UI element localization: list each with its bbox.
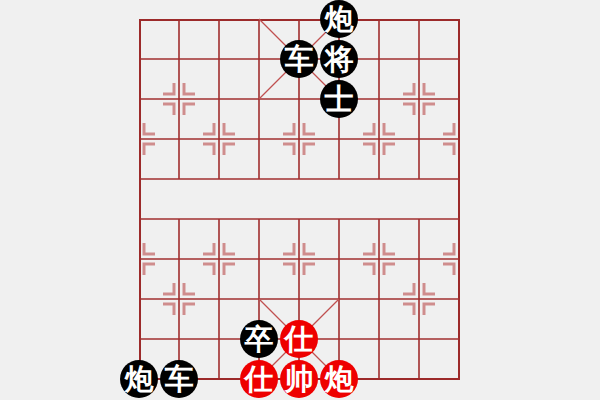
piece-black-soldier[interactable]: 卒 bbox=[240, 320, 278, 358]
piece-black-chariot-2[interactable]: 车 bbox=[160, 360, 198, 398]
piece-black-cannon-2[interactable]: 炮 bbox=[120, 360, 158, 398]
piece-black-chariot-1[interactable]: 车 bbox=[280, 40, 318, 78]
piece-red-cannon[interactable]: 炮 bbox=[320, 360, 358, 398]
piece-black-general[interactable]: 将 bbox=[320, 40, 358, 78]
piece-red-advisor-2[interactable]: 仕 bbox=[240, 360, 278, 398]
piece-black-advisor[interactable]: 士 bbox=[320, 80, 358, 118]
board-grid[interactable]: 炮车将士卒仕炮车仕帅炮 bbox=[119, 0, 479, 399]
xiangqi-app: 炮车将士卒仕炮车仕帅炮 bbox=[0, 0, 600, 400]
piece-red-general[interactable]: 帅 bbox=[280, 360, 318, 398]
xiangqi-board: 炮车将士卒仕炮车仕帅炮 bbox=[139, 19, 460, 380]
piece-black-cannon-1[interactable]: 炮 bbox=[320, 0, 358, 38]
piece-red-advisor-1[interactable]: 仕 bbox=[280, 320, 318, 358]
